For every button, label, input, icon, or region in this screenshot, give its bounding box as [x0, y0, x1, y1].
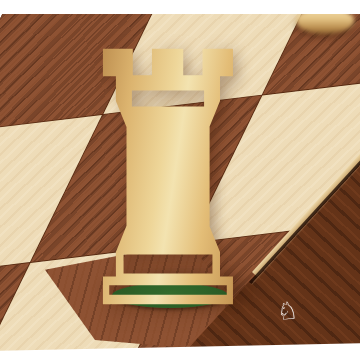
white-rook: ♜	[64, 8, 271, 358]
white-strip-top	[0, 0, 360, 14]
knight-logo-icon: ♘	[277, 298, 298, 324]
product-photo: Close-up product photograph of a glossy …	[0, 0, 360, 360]
